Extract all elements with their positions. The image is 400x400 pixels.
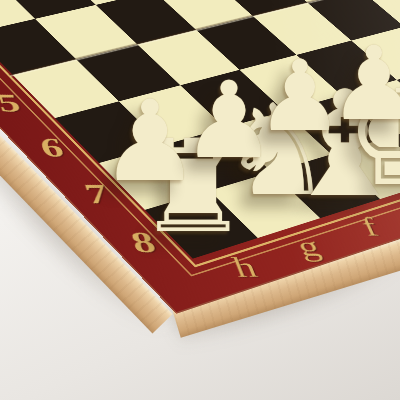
chess-piece-white-pawn: ♟ [328,33,400,135]
pieces-layer: ♜♞♝♚♟♟♟♟ [0,0,400,400]
chess-board-photo: 8765hgf ♜♞♝♚♟♟♟♟ [0,0,400,400]
